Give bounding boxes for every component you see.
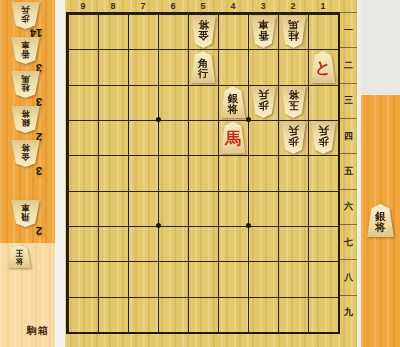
board-piece-5a-gold[interactable]: 金将 <box>190 16 217 48</box>
board-piece-1d-pawn[interactable]: 歩兵 <box>310 122 337 154</box>
file-label: 9 <box>68 1 98 11</box>
board-piece-4d-promoted-bishop[interactable]: 馬 <box>220 122 247 154</box>
board-piece-3c-pawn[interactable]: 歩兵 <box>250 86 277 118</box>
sente-hand-silver[interactable]: 銀将 <box>366 204 395 237</box>
gote-hand-gold[interactable]: 金将3 <box>10 140 41 167</box>
file-label: 6 <box>158 1 188 11</box>
gote-hand-pawn[interactable]: 歩兵14 <box>10 2 41 29</box>
file-label: 8 <box>98 1 128 11</box>
file-labels: 987654321 <box>68 1 338 12</box>
rank-labels: 一二三四五六七八九 <box>340 12 357 330</box>
rank-label: 七 <box>340 236 357 249</box>
file-label: 1 <box>308 1 338 11</box>
top-right-panel <box>361 0 400 95</box>
file-label: 3 <box>248 1 278 11</box>
board-piece-3a-lance[interactable]: 香車 <box>250 16 277 48</box>
rank-label: 二 <box>340 59 357 72</box>
rank-label: 九 <box>340 306 357 319</box>
board-piece-2c-king[interactable]: 玉将 <box>280 86 307 118</box>
rank-label: 八 <box>340 271 357 284</box>
gote-hand-knight[interactable]: 桂馬3 <box>10 71 41 98</box>
gote-hand-lance[interactable]: 香車3 <box>10 37 41 64</box>
board-piece-2d-pawn[interactable]: 歩兵 <box>280 122 307 154</box>
board-piece-4c-silver[interactable]: 銀将 <box>220 86 247 118</box>
file-label: 5 <box>188 1 218 11</box>
piece-box-king[interactable]: 王将 <box>7 245 32 268</box>
file-label: 2 <box>278 1 308 11</box>
file-label: 4 <box>218 1 248 11</box>
board-piece-5b-bishop[interactable]: 角行 <box>190 51 217 83</box>
file-label: 7 <box>128 1 158 11</box>
rank-label: 三 <box>340 94 357 107</box>
hand-count: 3 <box>36 165 42 177</box>
rank-label: 五 <box>340 165 357 178</box>
board-piece-1b-tokin[interactable]: と <box>310 51 337 83</box>
gote-hand-silver[interactable]: 銀将2 <box>10 106 41 133</box>
rank-label: 四 <box>340 130 357 143</box>
rank-label: 一 <box>340 24 357 37</box>
gote-hand-rook[interactable]: 飛車2 <box>10 200 41 227</box>
board-piece-2a-knight[interactable]: 桂馬 <box>280 16 307 48</box>
left-gap <box>55 0 65 347</box>
hand-count: 2 <box>36 225 42 237</box>
rank-label: 六 <box>340 200 357 213</box>
piece-box-label: 駒箱 <box>27 324 49 338</box>
shogi-app: 駒箱 987654321 一二三四五六七八九 金将香車桂馬角行と銀将歩兵玉将馬歩… <box>0 0 400 347</box>
